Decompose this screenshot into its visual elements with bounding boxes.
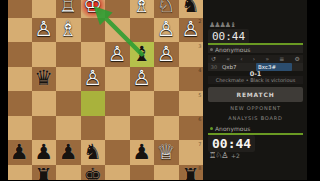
board-square[interactable] — [7, 42, 32, 67]
board-square[interactable] — [7, 91, 32, 116]
board-square[interactable] — [32, 116, 57, 141]
board-square[interactable] — [7, 116, 32, 141]
board-square[interactable]: ♞ — [81, 140, 106, 165]
board-square[interactable] — [7, 0, 32, 18]
board-square[interactable] — [154, 116, 179, 141]
top-player-row: Anonymous — [208, 45, 303, 53]
board-square[interactable]: ♙2 — [179, 18, 204, 43]
white-piece: ♙ — [130, 67, 155, 92]
captured-pieces-top: ♟♟♟♟♝ — [209, 21, 235, 29]
board-square[interactable] — [81, 18, 106, 43]
captured-glyphs: ♖♘♙ — [209, 151, 228, 160]
black-piece: ♞ — [179, 0, 204, 18]
rank-coordinate: 6 — [198, 116, 201, 122]
material-advantage: +2 — [231, 152, 240, 159]
board-square[interactable] — [105, 18, 130, 43]
white-piece: ♗ — [130, 0, 155, 18]
board-square[interactable]: ♝ — [130, 42, 155, 67]
board-square[interactable]: ♖ — [56, 0, 81, 18]
board-square[interactable]: ♕ — [154, 140, 179, 165]
next-move-icon[interactable]: › — [253, 56, 255, 62]
board-square[interactable]: ♗ — [56, 18, 81, 43]
board-square[interactable] — [154, 165, 179, 181]
white-piece: ♙ — [179, 18, 204, 43]
black-piece: ♞ — [81, 140, 106, 165]
rank-coordinate: 8 — [198, 165, 201, 171]
board-square[interactable]: ♙ — [32, 18, 57, 43]
board-square[interactable]: ♙ — [154, 18, 179, 43]
board-square[interactable]: 7 — [179, 140, 204, 165]
board-square[interactable] — [105, 140, 130, 165]
black-piece: ♟ — [7, 140, 32, 165]
board-square[interactable] — [130, 165, 155, 181]
board-square[interactable] — [81, 42, 106, 67]
board-square[interactable]: ♞1 — [179, 0, 204, 18]
board-square[interactable] — [105, 165, 130, 181]
board-square[interactable]: ♚ — [81, 165, 106, 181]
white-piece: ♙ — [154, 18, 179, 43]
top-player-clock: 00:44 — [208, 29, 249, 44]
top-player-name: Anonymous — [215, 46, 250, 53]
game-status-text: Checkmate • Black is victorious — [208, 76, 303, 84]
board-square[interactable] — [32, 0, 57, 18]
black-piece: ♟ — [130, 140, 155, 165]
last-move-icon[interactable]: » — [265, 56, 269, 62]
board-square[interactable] — [56, 42, 81, 67]
board-square[interactable] — [56, 165, 81, 181]
rewind-icon[interactable]: ↺ — [211, 56, 216, 62]
board-square[interactable] — [7, 67, 32, 92]
white-piece: ♕ — [154, 140, 179, 165]
board-square[interactable]: 5 — [179, 91, 204, 116]
board-grid: ♖♔♗♘♞1♙♗♙♙2♙♝♙3♛♙♙456♟♟♟♞♟♕7♜♚♜8 — [7, 0, 203, 180]
board-square[interactable] — [81, 116, 106, 141]
first-move-icon[interactable]: « — [226, 56, 230, 62]
board-square[interactable] — [154, 91, 179, 116]
board-square[interactable] — [105, 67, 130, 92]
board-square[interactable]: ♛ — [32, 67, 57, 92]
prev-move-icon[interactable]: ‹ — [240, 56, 242, 62]
board-square[interactable] — [130, 116, 155, 141]
board-square[interactable] — [56, 116, 81, 141]
board-square[interactable]: ♟ — [130, 140, 155, 165]
board-square[interactable] — [130, 91, 155, 116]
bottom-player-clock: 00:44 — [208, 135, 255, 152]
game-sidebar: ♟♟♟♟♝ 00:44 Anonymous ↺«‹›»≡⚙ 30 Qxb7 Bx… — [204, 0, 307, 180]
menu-icon[interactable]: ≡ — [279, 56, 284, 62]
white-piece: ♖ — [56, 0, 81, 18]
board-square[interactable]: 3 — [179, 42, 204, 67]
chess-board: ♖♔♗♘♞1♙♗♙♙2♙♝♙3♛♙♙456♟♟♟♞♟♕7♜♚♜8 — [7, 0, 203, 180]
rank-coordinate: 7 — [198, 141, 201, 147]
rematch-button[interactable]: REMATCH — [208, 87, 303, 102]
white-piece: ♙ — [154, 42, 179, 67]
board-square[interactable]: 6 — [179, 116, 204, 141]
board-square[interactable]: ♙ — [130, 67, 155, 92]
bottom-player-row: Anonymous — [208, 125, 303, 133]
board-square[interactable] — [32, 42, 57, 67]
board-square[interactable] — [7, 165, 32, 181]
board-square[interactable]: ♙ — [105, 42, 130, 67]
board-square[interactable]: ♟ — [32, 140, 57, 165]
black-piece: ♜ — [32, 165, 57, 181]
board-square[interactable] — [81, 91, 106, 116]
board-square[interactable] — [32, 91, 57, 116]
board-square[interactable]: ♘ — [154, 0, 179, 18]
rank-coordinate: 4 — [198, 67, 201, 73]
board-square[interactable]: ♙ — [154, 42, 179, 67]
board-square[interactable] — [7, 18, 32, 43]
white-piece: ♙ — [81, 67, 106, 92]
board-square[interactable] — [56, 91, 81, 116]
board-square[interactable]: ♜ — [32, 165, 57, 181]
board-square[interactable]: ♟ — [56, 140, 81, 165]
black-piece: ♜ — [179, 165, 204, 181]
settings-icon[interactable]: ⚙ — [295, 56, 300, 62]
white-piece: ♙ — [32, 18, 57, 43]
black-piece: ♛ — [32, 67, 57, 92]
board-square[interactable]: ♟ — [7, 140, 32, 165]
white-piece: ♙ — [105, 42, 130, 67]
player-status-icon — [210, 48, 213, 51]
board-square[interactable] — [154, 67, 179, 92]
rank-coordinate: 5 — [198, 92, 201, 98]
new-opponent-button[interactable]: NEW OPPONENT — [208, 104, 303, 113]
board-square[interactable]: ♔ — [81, 0, 106, 18]
board-square[interactable] — [105, 91, 130, 116]
board-square[interactable]: ♜8 — [179, 165, 204, 181]
board-square[interactable] — [105, 0, 130, 18]
player-online-icon — [210, 127, 213, 130]
check-highlight — [81, 0, 106, 18]
board-square[interactable]: ♙ — [81, 67, 106, 92]
white-piece: ♘ — [154, 0, 179, 18]
board-square[interactable]: 4 — [179, 67, 204, 92]
bottom-player-name: Anonymous — [215, 125, 250, 132]
app-window: ♖♔♗♘♞1♙♗♙♙2♙♝♙3♛♙♙456♟♟♟♞♟♕7♜♚♜8 ♟♟♟♟♝ 0… — [0, 0, 320, 180]
rank-coordinate: 2 — [198, 18, 201, 24]
captured-pieces-bottom: ♖♘♙ +2 — [209, 151, 240, 160]
board-square[interactable] — [105, 116, 130, 141]
board-square[interactable] — [130, 18, 155, 43]
board-square[interactable]: ♗ — [130, 0, 155, 18]
black-piece: ♚ — [81, 165, 106, 181]
black-piece: ♟ — [56, 140, 81, 165]
rank-coordinate: 3 — [198, 43, 201, 49]
white-piece: ♗ — [56, 18, 81, 43]
right-letterbox-bar — [307, 0, 320, 180]
black-piece: ♝ — [130, 42, 155, 67]
left-letterbox-bar — [0, 0, 8, 180]
board-square[interactable] — [56, 67, 81, 92]
analysis-board-button[interactable]: ANALYSIS BOARD — [208, 114, 303, 123]
black-piece: ♟ — [32, 140, 57, 165]
